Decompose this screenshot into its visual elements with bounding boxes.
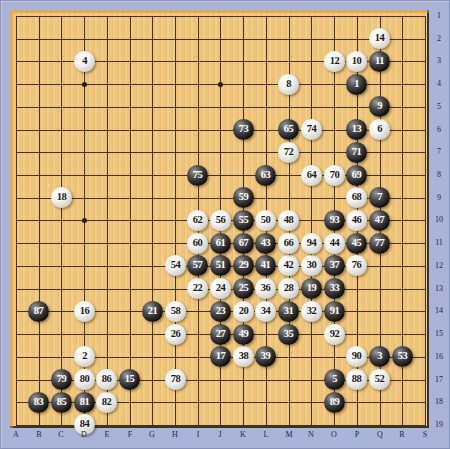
column-label-G: G xyxy=(144,430,160,439)
stone-white-36-L13: 36 xyxy=(255,278,276,299)
row-label-19: 19 xyxy=(430,420,448,430)
stone-black-23-J14: 23 xyxy=(210,301,231,322)
stone-black-33-O13: 33 xyxy=(324,278,345,299)
star-point xyxy=(82,218,87,223)
stone-white-64-N8: 64 xyxy=(301,165,322,186)
stone-white-30-N12: 30 xyxy=(301,255,322,276)
stone-black-41-L12: 41 xyxy=(255,255,276,276)
stone-white-20-K14: 20 xyxy=(233,301,254,322)
stone-black-65-M6: 65 xyxy=(278,119,299,140)
stone-white-72-M7: 72 xyxy=(278,142,299,163)
stone-black-63-L8: 63 xyxy=(255,165,276,186)
stone-black-59-K9: 59 xyxy=(233,187,254,208)
stone-white-74-N6: 74 xyxy=(301,119,322,140)
stone-black-75-I8: 75 xyxy=(187,165,208,186)
stone-black-67-K11: 67 xyxy=(233,233,254,254)
stone-black-3-Q16: 3 xyxy=(369,346,390,367)
stone-white-16-D14: 16 xyxy=(74,301,95,322)
stone-black-1-P4: 1 xyxy=(346,74,367,95)
stone-white-10-P3: 10 xyxy=(346,51,367,72)
row-label-10: 10 xyxy=(430,215,448,225)
row-label-15: 15 xyxy=(430,329,448,339)
stone-white-48-M10: 48 xyxy=(278,210,299,231)
stone-white-12-O3: 12 xyxy=(324,51,345,72)
stone-black-73-K6: 73 xyxy=(233,119,254,140)
column-label-N: N xyxy=(303,430,319,439)
column-label-S: S xyxy=(417,430,433,439)
row-label-6: 6 xyxy=(430,125,448,135)
stone-black-19-N13: 19 xyxy=(301,278,322,299)
grid-line xyxy=(130,16,131,426)
row-label-13: 13 xyxy=(430,284,448,294)
stone-black-81-D18: 81 xyxy=(74,392,95,413)
stone-black-29-K12: 29 xyxy=(233,255,254,276)
stone-black-79-C17: 79 xyxy=(51,369,72,390)
star-point xyxy=(82,82,87,87)
row-label-3: 3 xyxy=(430,56,448,66)
stone-white-44-O11: 44 xyxy=(324,233,345,254)
column-label-L: L xyxy=(258,430,274,439)
stone-black-37-O12: 37 xyxy=(324,255,345,276)
stone-white-66-M11: 66 xyxy=(278,233,299,254)
row-label-14: 14 xyxy=(430,306,448,316)
stone-black-83-B18: 83 xyxy=(28,392,49,413)
stone-black-15-F17: 15 xyxy=(119,369,140,390)
stone-white-90-P16: 90 xyxy=(346,346,367,367)
row-label-11: 11 xyxy=(430,238,448,248)
stone-black-21-G14: 21 xyxy=(142,301,163,322)
stone-black-77-Q11: 77 xyxy=(369,233,390,254)
stone-white-42-M12: 42 xyxy=(278,255,299,276)
stone-black-31-M14: 31 xyxy=(278,301,299,322)
stone-white-22-I13: 22 xyxy=(187,278,208,299)
column-label-H: H xyxy=(167,430,183,439)
stone-white-8-M4: 8 xyxy=(278,74,299,95)
stone-black-53-R16: 53 xyxy=(392,346,413,367)
stone-white-80-D17: 80 xyxy=(74,369,95,390)
stone-white-14-Q2: 14 xyxy=(369,28,390,49)
stone-black-89-O18: 89 xyxy=(324,392,345,413)
stone-black-91-O14: 91 xyxy=(324,301,345,322)
stone-black-25-K13: 25 xyxy=(233,278,254,299)
column-label-D: D xyxy=(76,430,92,439)
column-label-R: R xyxy=(394,430,410,439)
stone-white-82-E18: 82 xyxy=(96,392,117,413)
stone-white-50-L10: 50 xyxy=(255,210,276,231)
stone-white-92-O15: 92 xyxy=(324,324,345,345)
column-label-O: O xyxy=(326,430,342,439)
column-label-A: A xyxy=(8,430,24,439)
stone-white-58-H14: 58 xyxy=(165,301,186,322)
row-label-16: 16 xyxy=(430,352,448,362)
stone-white-52-Q17: 52 xyxy=(369,369,390,390)
go-board[interactable]: 1234567891011121314151617181920212223242… xyxy=(10,10,429,428)
stone-white-28-M13: 28 xyxy=(278,278,299,299)
column-label-F: F xyxy=(122,430,138,439)
stone-white-32-N14: 32 xyxy=(301,301,322,322)
stone-black-49-K15: 49 xyxy=(233,324,254,345)
row-label-1: 1 xyxy=(430,11,448,21)
stone-black-47-Q10: 47 xyxy=(369,210,390,231)
stone-white-88-P17: 88 xyxy=(346,369,367,390)
row-label-2: 2 xyxy=(430,34,448,44)
stone-black-69-P8: 69 xyxy=(346,165,367,186)
stone-white-24-J13: 24 xyxy=(210,278,231,299)
stone-black-45-P11: 45 xyxy=(346,233,367,254)
stone-white-68-P9: 68 xyxy=(346,187,367,208)
stone-black-51-J12: 51 xyxy=(210,255,231,276)
stone-white-34-L14: 34 xyxy=(255,301,276,322)
row-label-17: 17 xyxy=(430,375,448,385)
grid-line xyxy=(61,16,62,426)
stone-white-94-N11: 94 xyxy=(301,233,322,254)
stone-white-6-Q6: 6 xyxy=(369,119,390,140)
stone-black-55-K10: 55 xyxy=(233,210,254,231)
grid-line xyxy=(39,16,40,426)
stone-black-85-C18: 85 xyxy=(51,392,72,413)
stone-white-4-D3: 4 xyxy=(74,51,95,72)
row-label-9: 9 xyxy=(430,193,448,203)
stone-white-54-H12: 54 xyxy=(165,255,186,276)
grid-line xyxy=(425,16,426,426)
stone-black-39-L16: 39 xyxy=(255,346,276,367)
stone-white-18-C9: 18 xyxy=(51,187,72,208)
stone-white-56-J10: 56 xyxy=(210,210,231,231)
column-label-K: K xyxy=(235,430,251,439)
stone-white-76-P12: 76 xyxy=(346,255,367,276)
column-label-C: C xyxy=(53,430,69,439)
stone-white-38-K16: 38 xyxy=(233,346,254,367)
stone-black-71-P7: 71 xyxy=(346,142,367,163)
grid-line xyxy=(16,107,426,108)
stone-black-87-B14: 87 xyxy=(28,301,49,322)
stone-black-93-O10: 93 xyxy=(324,210,345,231)
row-label-5: 5 xyxy=(430,102,448,112)
stone-black-43-L11: 43 xyxy=(255,233,276,254)
stone-black-7-Q9: 7 xyxy=(369,187,390,208)
stone-white-70-O8: 70 xyxy=(324,165,345,186)
grid-line xyxy=(152,16,153,426)
grid-line xyxy=(175,16,176,426)
stone-black-9-Q5: 9 xyxy=(369,96,390,117)
grid-line xyxy=(311,16,312,426)
stone-white-46-P10: 46 xyxy=(346,210,367,231)
column-label-B: B xyxy=(31,430,47,439)
grid-line xyxy=(16,16,17,426)
column-label-J: J xyxy=(212,430,228,439)
stone-black-11-Q3: 11 xyxy=(369,51,390,72)
stone-black-35-M15: 35 xyxy=(278,324,299,345)
star-point xyxy=(218,82,223,87)
stone-white-26-H15: 26 xyxy=(165,324,186,345)
stone-white-60-I11: 60 xyxy=(187,233,208,254)
column-label-P: P xyxy=(349,430,365,439)
row-label-8: 8 xyxy=(430,170,448,180)
stone-white-2-D16: 2 xyxy=(74,346,95,367)
column-label-I: I xyxy=(190,430,206,439)
column-label-Q: Q xyxy=(372,430,388,439)
row-label-18: 18 xyxy=(430,397,448,407)
stone-white-86-E17: 86 xyxy=(96,369,117,390)
stone-white-78-H17: 78 xyxy=(165,369,186,390)
stone-black-27-J15: 27 xyxy=(210,324,231,345)
grid-line xyxy=(107,16,108,426)
column-label-E: E xyxy=(99,430,115,439)
stone-black-57-I12: 57 xyxy=(187,255,208,276)
stone-black-17-J16: 17 xyxy=(210,346,231,367)
stone-white-62-I10: 62 xyxy=(187,210,208,231)
stone-black-5-O17: 5 xyxy=(324,369,345,390)
row-label-7: 7 xyxy=(430,147,448,157)
row-label-12: 12 xyxy=(430,261,448,271)
grid-line xyxy=(16,16,426,17)
grid-line xyxy=(16,39,426,40)
diagram-frame: 1234567891011121314151617181920212223242… xyxy=(0,0,450,449)
stone-black-13-P6: 13 xyxy=(346,119,367,140)
stone-black-61-J11: 61 xyxy=(210,233,231,254)
column-label-M: M xyxy=(281,430,297,439)
row-label-4: 4 xyxy=(430,79,448,89)
